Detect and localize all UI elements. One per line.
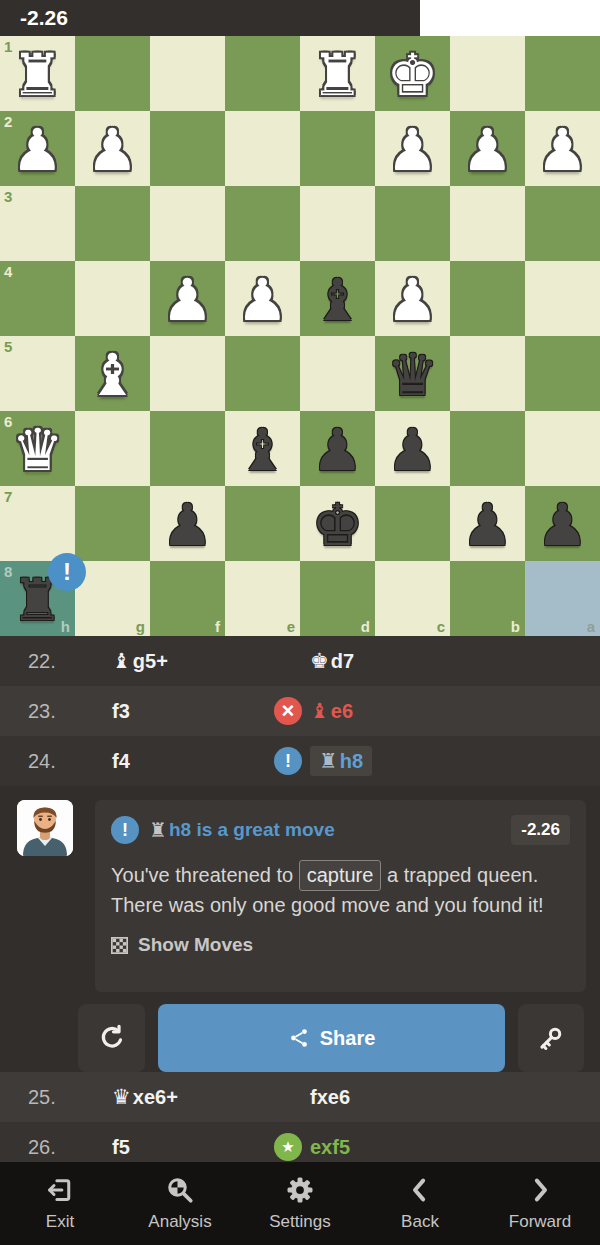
rank-label-2: 2 [4, 113, 12, 130]
white-pawn-g2: ♟ [75, 111, 150, 186]
refresh-icon [97, 1023, 127, 1053]
square-e4[interactable]: ♟ [225, 261, 300, 336]
square-a4[interactable] [525, 261, 600, 336]
nav-settings[interactable]: Settings [240, 1162, 360, 1245]
rank-label-4: 4 [4, 263, 12, 280]
square-g6[interactable] [75, 411, 150, 486]
move-row-25: 25.♛xe6+fxe6 [0, 1072, 600, 1122]
nav-forward[interactable]: Forward [480, 1162, 600, 1245]
piece-figurine: ♜ [319, 749, 338, 773]
black-pawn-b7: ♟ [450, 486, 525, 561]
square-c4[interactable]: ♟ [375, 261, 450, 336]
move-row-26: 26.f5★exf5 [0, 1122, 600, 1162]
move-row-23: 23.f3×♝e6 [0, 686, 600, 736]
black-move-exf5[interactable]: exf5 [310, 1136, 350, 1159]
square-d1[interactable]: ♜ [300, 36, 375, 111]
square-b7[interactable]: ♟ [450, 486, 525, 561]
square-e5[interactable] [225, 336, 300, 411]
white-move-f3[interactable]: f3 [112, 686, 130, 736]
square-b8[interactable]: b [450, 561, 525, 636]
white-rook-d1: ♜ [300, 36, 375, 111]
square-a6[interactable] [525, 411, 600, 486]
square-d2[interactable] [300, 111, 375, 186]
key-icon [537, 1024, 565, 1052]
great-move-icon: ! [111, 816, 139, 844]
square-f7[interactable]: ♟ [150, 486, 225, 561]
key-moment-button[interactable] [518, 1004, 584, 1072]
square-d4[interactable]: ♝ [300, 261, 375, 336]
white-bishop-g5: ♝ [75, 336, 150, 411]
move-row-24: 24.f4!♜h8 [0, 736, 600, 786]
analysis-text: You've threatened to capture a trapped q… [111, 860, 570, 920]
rank-label-1: 1 [4, 38, 12, 55]
file-label-b: b [511, 618, 520, 635]
black-pawn-f7: ♟ [150, 486, 225, 561]
square-g2[interactable]: ♟ [75, 111, 150, 186]
square-c8[interactable]: c [375, 561, 450, 636]
file-label-f: f [215, 618, 220, 635]
square-g8[interactable]: g [75, 561, 150, 636]
square-c3[interactable] [375, 186, 450, 261]
square-d8[interactable]: d [300, 561, 375, 636]
great-move-icon: ! [274, 747, 302, 775]
square-a3[interactable] [525, 186, 600, 261]
bottom-nav: Exit Analysis Settings Back [0, 1162, 600, 1245]
square-d5[interactable] [300, 336, 375, 411]
black-bishop-d4: ♝ [300, 261, 375, 336]
eval-bar: -2.26 [0, 0, 600, 36]
square-h8[interactable]: 8h♜! [0, 561, 75, 636]
white-move-f4[interactable]: f4 [112, 736, 130, 786]
square-d6[interactable]: ♟ [300, 411, 375, 486]
share-icon [288, 1027, 310, 1049]
black-move-Be6[interactable]: ♝e6 [310, 699, 353, 723]
square-f1[interactable] [150, 36, 225, 111]
eval-score: -2.26 [20, 0, 68, 36]
square-f6[interactable] [150, 411, 225, 486]
analysis-title: ♜ h8 is a great move [149, 818, 335, 842]
piece-figurine: ♚ [310, 649, 329, 673]
square-h3[interactable]: 3 [0, 186, 75, 261]
square-e7[interactable] [225, 486, 300, 561]
square-g3[interactable] [75, 186, 150, 261]
square-c7[interactable] [375, 486, 450, 561]
back-icon [405, 1175, 435, 1205]
white-pawn-f4: ♟ [150, 261, 225, 336]
settings-icon [285, 1175, 315, 1205]
analysis-card: ! ♜ h8 is a great move -2.26 You've thre… [0, 786, 600, 992]
capture-term-chip[interactable]: capture [299, 860, 382, 891]
square-f8[interactable]: f [150, 561, 225, 636]
square-g1[interactable] [75, 36, 150, 111]
status-slot-empty [274, 647, 302, 675]
white-pawn-c2: ♟ [375, 111, 450, 186]
retry-button[interactable] [78, 1004, 145, 1072]
square-h7[interactable]: 7 [0, 486, 75, 561]
black-queen-c5: ♛ [375, 336, 450, 411]
mistake-icon: × [274, 697, 302, 725]
move-number: 26. [28, 1122, 56, 1162]
square-h5[interactable]: 5 [0, 336, 75, 411]
white-king-c1: ♚ [375, 36, 450, 111]
nav-exit[interactable]: Exit [0, 1162, 120, 1245]
square-g7[interactable] [75, 486, 150, 561]
square-g5[interactable]: ♝ [75, 336, 150, 411]
square-b5[interactable] [450, 336, 525, 411]
nav-back[interactable]: Back [360, 1162, 480, 1245]
square-a7[interactable]: ♟ [525, 486, 600, 561]
move-number: 24. [28, 736, 56, 786]
square-h4[interactable]: 4 [0, 261, 75, 336]
move-list-top: 22.♝g5+♚d723.f3×♝e624.f4!♜h8 [0, 636, 600, 786]
show-moves-button[interactable]: Show Moves [111, 934, 570, 956]
square-a5[interactable] [525, 336, 600, 411]
square-e6[interactable]: ♝ [225, 411, 300, 486]
square-h6[interactable]: 6♛ [0, 411, 75, 486]
file-label-c: c [437, 618, 445, 635]
square-c6[interactable]: ♟ [375, 411, 450, 486]
move-number: 25. [28, 1072, 56, 1122]
black-move-Rh8[interactable]: ♜h8 [310, 746, 372, 776]
black-bishop-e6: ♝ [225, 411, 300, 486]
square-g4[interactable] [75, 261, 150, 336]
white-pawn-b2: ♟ [450, 111, 525, 186]
piece-figurine: ♛ [112, 1085, 131, 1109]
square-c1[interactable]: ♚ [375, 36, 450, 111]
black-pawn-c6: ♟ [375, 411, 450, 486]
square-b3[interactable] [450, 186, 525, 261]
white-move-Qxe6+[interactable]: ♛xe6+ [112, 1072, 178, 1122]
square-f2[interactable] [150, 111, 225, 186]
white-move-f5[interactable]: f5 [112, 1122, 130, 1162]
coach-panel: ! ♜ h8 is a great move -2.26 You've thre… [95, 800, 586, 992]
white-pawn-e4: ♟ [225, 261, 300, 336]
piece-figurine: ♝ [310, 699, 329, 723]
square-a2[interactable]: ♟ [525, 111, 600, 186]
black-king-d7: ♚ [300, 486, 375, 561]
square-b4[interactable] [450, 261, 525, 336]
black-pawn-a7: ♟ [525, 486, 600, 561]
square-h2[interactable]: 2♟ [0, 111, 75, 186]
square-b6[interactable] [450, 411, 525, 486]
square-e1[interactable] [225, 36, 300, 111]
rank-label-6: 6 [4, 413, 12, 430]
square-e3[interactable] [225, 186, 300, 261]
file-label-d: d [361, 618, 370, 635]
file-label-g: g [136, 618, 145, 635]
eval-bar-white [420, 0, 600, 36]
square-f4[interactable]: ♟ [150, 261, 225, 336]
great-move-badge: ! [48, 553, 86, 591]
status-slot-empty [274, 1083, 302, 1111]
square-d3[interactable] [300, 186, 375, 261]
analysis-icon [165, 1175, 195, 1205]
file-label-e: e [287, 618, 295, 635]
black-pawn-d6: ♟ [300, 411, 375, 486]
black-move-fxe6[interactable]: fxe6 [310, 1086, 350, 1109]
square-h1[interactable]: 1♜ [0, 36, 75, 111]
checkerboard-icon [111, 937, 128, 954]
chess-board[interactable]: 1♜♜♚2♟♟♟♟♟34♟♟♝♟5♝♛6♛♝♟♟7♟♚♟♟8h♜!gfedcba [0, 36, 600, 636]
square-b1[interactable] [450, 36, 525, 111]
best-move-icon: ★ [274, 1133, 302, 1161]
nav-analysis[interactable]: Analysis [120, 1162, 240, 1245]
move-number: 23. [28, 686, 56, 736]
eval-badge: -2.26 [511, 815, 570, 845]
square-c5[interactable]: ♛ [375, 336, 450, 411]
square-e8[interactable]: e [225, 561, 300, 636]
rank-label-8: 8 [4, 563, 12, 580]
rank-label-5: 5 [4, 338, 12, 355]
exit-icon [45, 1175, 75, 1205]
action-buttons: Share [0, 992, 600, 1072]
file-label-a: a [587, 618, 595, 635]
square-a1[interactable] [525, 36, 600, 111]
square-f3[interactable] [150, 186, 225, 261]
black-move-Kd7[interactable]: ♚d7 [310, 649, 354, 673]
white-pawn-a2: ♟ [525, 111, 600, 186]
square-c2[interactable]: ♟ [375, 111, 450, 186]
rank-label-7: 7 [4, 488, 12, 505]
rook-figurine: ♜ [149, 818, 167, 842]
square-b2[interactable]: ♟ [450, 111, 525, 186]
square-a8[interactable]: a [525, 561, 600, 636]
avatar-illustration [17, 800, 73, 856]
forward-icon [525, 1175, 555, 1205]
avatar [17, 800, 73, 856]
piece-figurine: ♝ [112, 649, 131, 673]
square-d7[interactable]: ♚ [300, 486, 375, 561]
move-list-bottom: 25.♛xe6+fxe626.f5★exf5 [0, 1072, 600, 1162]
white-move-Bg5+[interactable]: ♝g5+ [112, 636, 168, 686]
file-label-h: h [61, 618, 70, 635]
share-button[interactable]: Share [158, 1004, 505, 1072]
white-pawn-c4: ♟ [375, 261, 450, 336]
move-row-22: 22.♝g5+♚d7 [0, 636, 600, 686]
move-number: 22. [28, 636, 56, 686]
square-e2[interactable] [225, 111, 300, 186]
square-f5[interactable] [150, 336, 225, 411]
rank-label-3: 3 [4, 188, 12, 205]
